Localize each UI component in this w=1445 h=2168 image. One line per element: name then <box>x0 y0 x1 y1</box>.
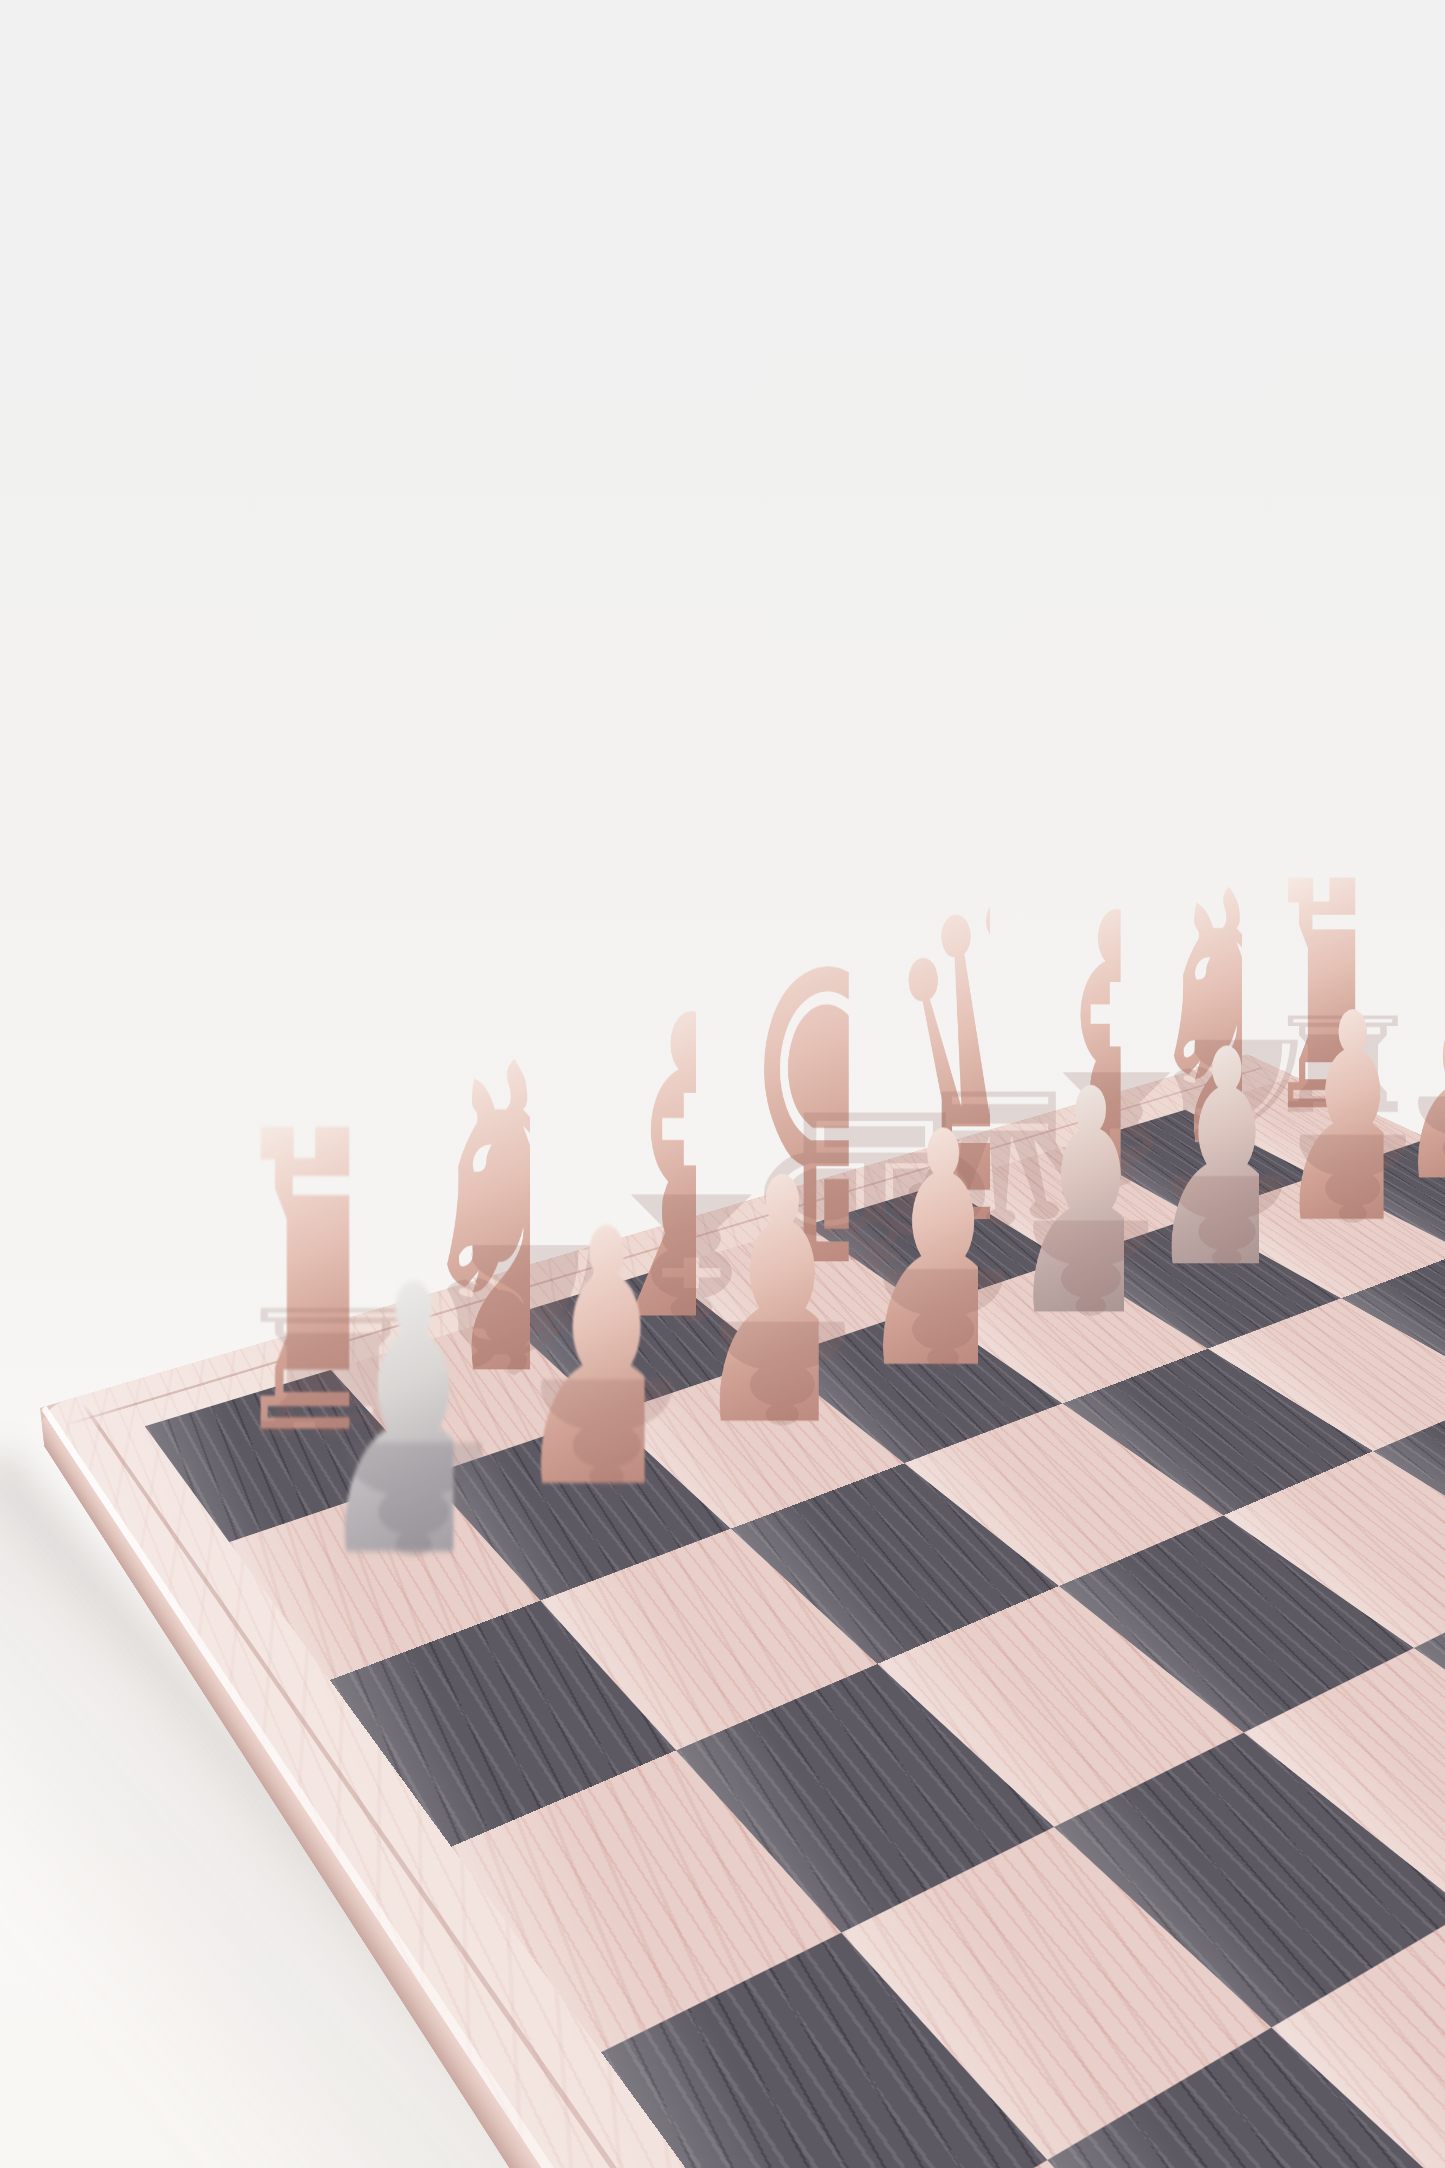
piece-white-knight-b1: ♞ <box>1138 881 1241 1161</box>
piece-white-pawn-h2: ♟ <box>310 1274 453 1570</box>
photo-backdrop: ♜♞♝♚♛♝♞♜♟♟♟♟♟♟♟♟ <box>0 0 1445 2168</box>
board-squares: ♜♞♝♚♛♝♞♜♟♟♟♟♟♟♟♟ <box>145 1076 1445 2168</box>
square-g6 <box>1047 2028 1445 2168</box>
square-h1: ♜ <box>145 1370 427 1543</box>
piece-white-knight-g1: ♞ <box>404 1052 530 1392</box>
piece-white-rook-h1: ♜ <box>218 1120 349 1450</box>
piece-white-rook-a1: ♜ <box>1255 873 1355 1124</box>
square-g1: ♞ <box>331 1318 608 1476</box>
piece-white-pawn-a2: ♟ <box>1392 971 1445 1192</box>
chess-board: ♜♞♝♚♛♝♞♜♟♟♟♟♟♟♟♟ <box>40 1054 1445 2168</box>
piece-white-bishop-f1: ♝ <box>575 1005 695 1338</box>
scene-3d: ♜♞♝♚♛♝♞♜♟♟♟♟♟♟♟♟ <box>0 0 1445 2168</box>
